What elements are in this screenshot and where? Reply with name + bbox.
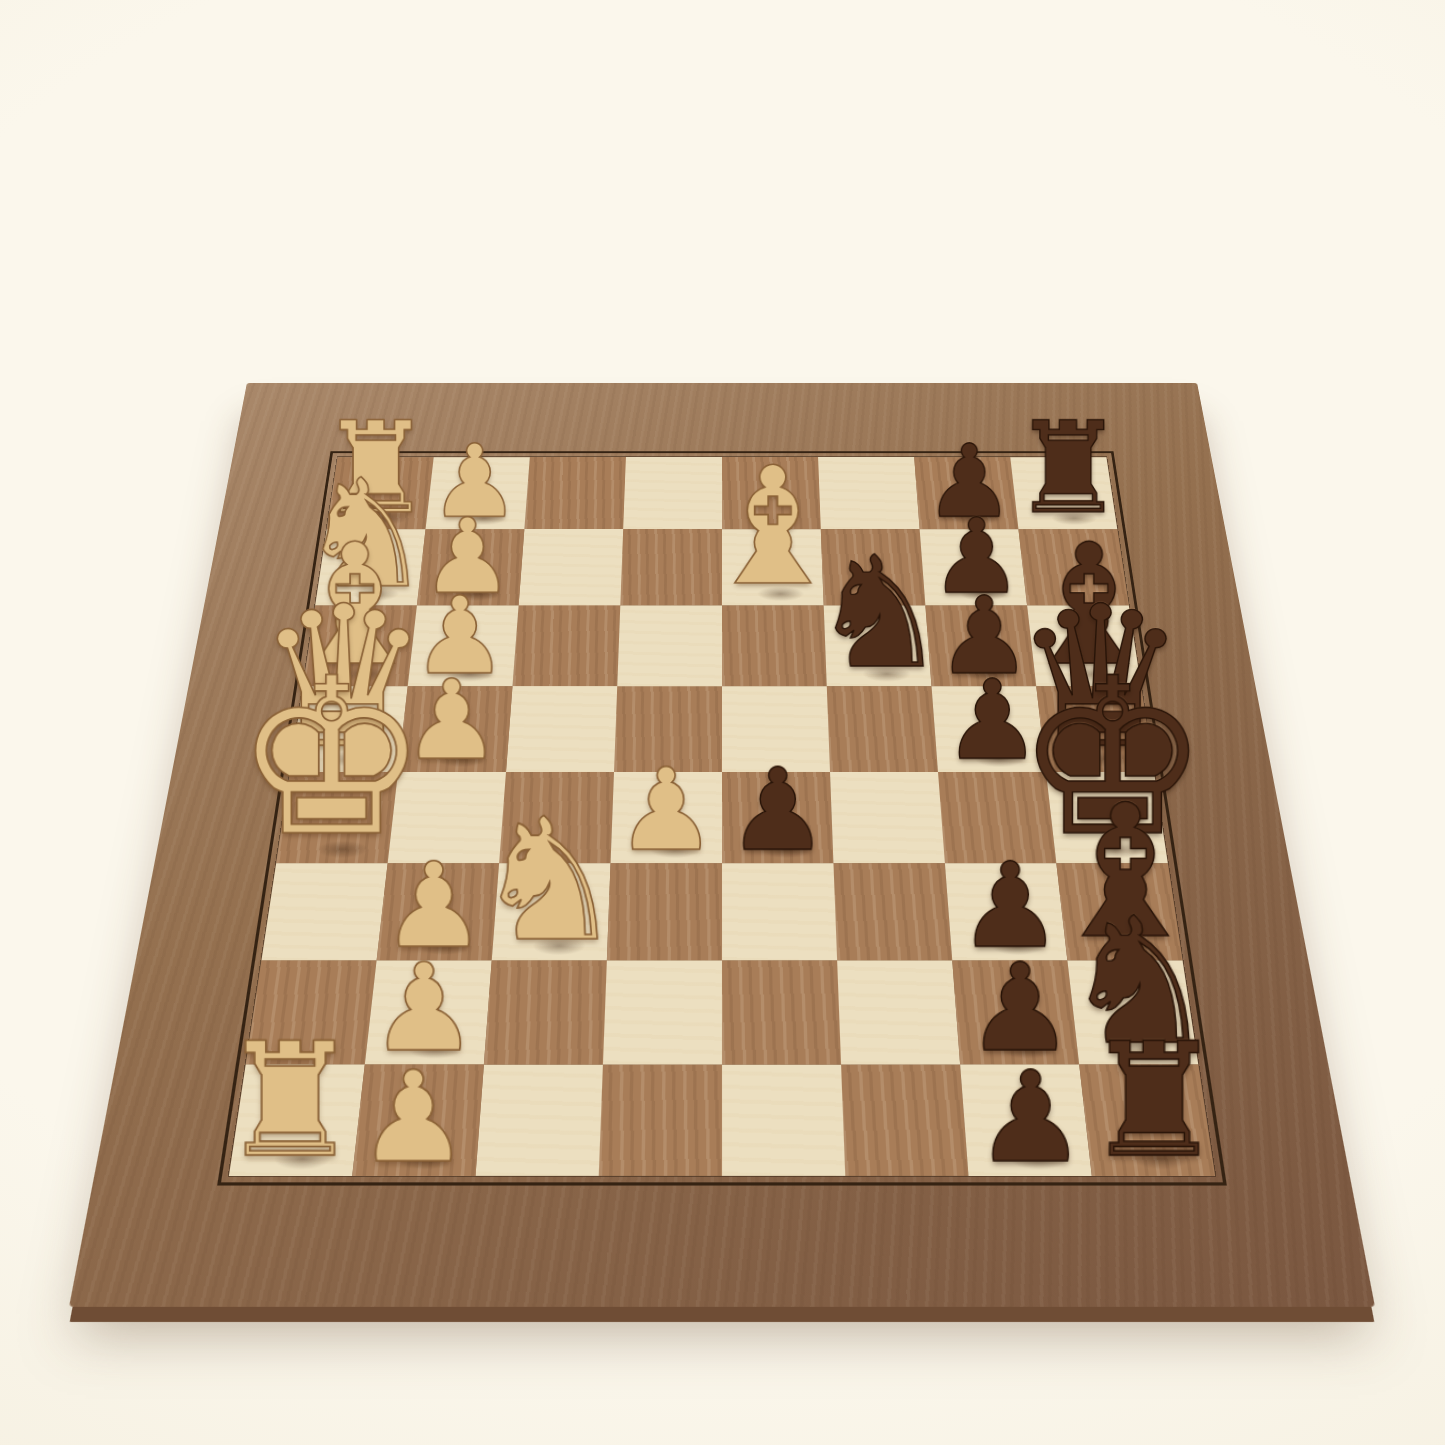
- square-f5[interactable]: [722, 863, 837, 960]
- square-h2[interactable]: ♟: [352, 1065, 484, 1176]
- piece-white-king-e1[interactable]: ♚: [234, 650, 429, 867]
- square-c6[interactable]: ♞: [824, 605, 932, 686]
- square-h8[interactable]: ♜: [1079, 1065, 1215, 1176]
- square-h4[interactable]: [599, 1065, 722, 1176]
- square-e6[interactable]: [830, 772, 945, 863]
- board-grid: ♜♟♟♜♞♟♝♟♝♟♞♟♝♛♟♟♛♚♟♟♚♟♞♟♝♟♟♞♜♟♟♜: [229, 457, 1215, 1176]
- square-g5[interactable]: [722, 961, 841, 1065]
- piece-black-rook-h8[interactable]: ♜: [1083, 1023, 1224, 1181]
- piece-white-knight-f3[interactable]: ♞: [473, 796, 624, 965]
- piece-black-pawn-e5[interactable]: ♟: [727, 753, 829, 867]
- square-d6[interactable]: [827, 686, 938, 772]
- square-h5[interactable]: [722, 1065, 845, 1176]
- square-g3[interactable]: [484, 961, 607, 1065]
- square-g4[interactable]: [603, 961, 722, 1065]
- square-h6[interactable]: [841, 1065, 968, 1176]
- board-perspective-wrap: ♜♟♟♜♞♟♝♟♝♟♞♟♝♛♟♟♛♚♟♟♚♟♞♟♝♟♟♞♜♟♟♜: [172, 222, 1272, 1322]
- square-f3[interactable]: ♞: [492, 863, 611, 960]
- square-c4[interactable]: [617, 605, 722, 686]
- square-b3[interactable]: [519, 529, 624, 605]
- piece-white-pawn-e4[interactable]: ♟: [615, 753, 717, 867]
- piece-white-pawn-h2[interactable]: ♟: [357, 1055, 470, 1181]
- square-c3[interactable]: [512, 605, 620, 686]
- square-b5[interactable]: ♝: [722, 529, 824, 605]
- square-e1[interactable]: ♚: [276, 772, 398, 863]
- piece-white-rook-h1[interactable]: ♜: [219, 1023, 360, 1181]
- piece-black-knight-c6[interactable]: ♞: [811, 536, 949, 689]
- square-g6[interactable]: [837, 961, 960, 1065]
- piece-black-pawn-h7[interactable]: ♟: [974, 1055, 1087, 1181]
- square-h3[interactable]: [475, 1065, 602, 1176]
- square-d3[interactable]: [506, 686, 617, 772]
- square-f6[interactable]: [833, 863, 952, 960]
- square-e4[interactable]: ♟: [611, 772, 722, 863]
- square-e5[interactable]: ♟: [722, 772, 833, 863]
- square-h1[interactable]: ♜: [229, 1065, 365, 1176]
- square-h7[interactable]: ♟: [960, 1065, 1092, 1176]
- square-a3[interactable]: [524, 457, 626, 529]
- chess-board: ♜♟♟♜♞♟♝♟♝♟♞♟♝♛♟♟♛♚♟♟♚♟♞♟♝♟♟♞♜♟♟♜: [69, 383, 1375, 1307]
- scene-background: ♜♟♟♜♞♟♝♟♝♟♞♟♝♛♟♟♛♚♟♟♚♟♞♟♝♟♟♞♜♟♟♜: [0, 0, 1445, 1445]
